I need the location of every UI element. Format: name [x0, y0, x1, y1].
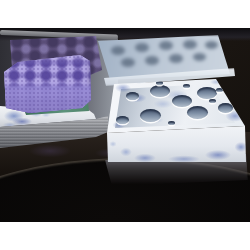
front-sponge — [4, 55, 92, 113]
stain-mark — [20, 142, 80, 160]
spot-mark — [145, 56, 159, 65]
letterboxed-canvas: { "meta": { "type": "photograph", "descr… — [0, 0, 250, 250]
palette-tray-top — [107, 79, 246, 133]
stain-mark — [232, 92, 244, 102]
spot-mark — [193, 53, 206, 61]
stain-mark — [108, 140, 118, 148]
stain-mark — [200, 148, 236, 162]
tray-recessed-floor — [107, 79, 246, 133]
spot-mark — [111, 46, 125, 55]
spot-mark — [159, 41, 173, 50]
spot-mark — [135, 43, 149, 52]
spot-mark — [205, 41, 218, 49]
tray-well — [216, 88, 223, 92]
sponge-front-face — [4, 55, 92, 113]
sink-counter-photo — [0, 28, 250, 222]
spot-mark — [121, 58, 135, 67]
spot-mark — [183, 40, 197, 49]
stain-mark — [118, 146, 134, 158]
spot-mark — [169, 54, 183, 63]
